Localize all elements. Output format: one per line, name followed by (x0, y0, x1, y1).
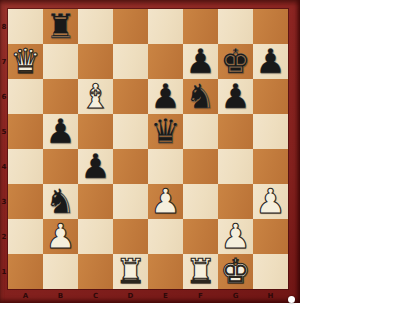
file-label-c: C (78, 289, 113, 303)
square-f7[interactable]: ♟ (183, 44, 218, 79)
square-h6[interactable] (253, 79, 288, 114)
square-e2[interactable] (148, 219, 183, 254)
square-c8[interactable] (78, 9, 113, 44)
square-b8[interactable]: ♜ (43, 9, 78, 44)
white-pawn-e3: ♟ (150, 184, 180, 219)
square-e7[interactable] (148, 44, 183, 79)
rank-label-3: 3 (0, 184, 8, 219)
white-queen-a7: ♛ (10, 44, 40, 79)
square-d1[interactable]: ♜ (113, 254, 148, 289)
square-e4[interactable] (148, 149, 183, 184)
square-f2[interactable] (183, 219, 218, 254)
white-rook-d1: ♜ (115, 254, 145, 289)
black-pawn-h7: ♟ (255, 44, 285, 79)
square-c5[interactable] (78, 114, 113, 149)
white-to-move-indicator (288, 296, 295, 303)
square-c6[interactable]: ♝ (78, 79, 113, 114)
black-rook-b8: ♜ (45, 9, 75, 44)
square-c4[interactable]: ♟ (78, 149, 113, 184)
square-g2[interactable]: ♟ (218, 219, 253, 254)
white-pawn-h3: ♟ (255, 184, 285, 219)
square-b1[interactable] (43, 254, 78, 289)
square-a1[interactable] (8, 254, 43, 289)
black-pawn-e6: ♟ (150, 79, 180, 114)
square-b3[interactable]: ♞ (43, 184, 78, 219)
square-d5[interactable] (113, 114, 148, 149)
file-label-h: H (253, 289, 288, 303)
square-c1[interactable] (78, 254, 113, 289)
square-a8[interactable] (8, 9, 43, 44)
file-label-g: G (218, 289, 253, 303)
square-d3[interactable] (113, 184, 148, 219)
square-c3[interactable] (78, 184, 113, 219)
black-king-g7: ♚ (220, 44, 250, 79)
file-labels: ABCDEFGH (8, 289, 288, 303)
square-f5[interactable] (183, 114, 218, 149)
rank-label-8: 8 (0, 9, 8, 44)
square-h7[interactable]: ♟ (253, 44, 288, 79)
square-f1[interactable]: ♜ (183, 254, 218, 289)
chess-board: ♜♛♟♚♟♝♟♞♟♟♛♟♞♟♟♟♟♜♜♚ (8, 9, 288, 289)
square-a2[interactable] (8, 219, 43, 254)
black-queen-e5: ♛ (150, 114, 180, 149)
square-g3[interactable] (218, 184, 253, 219)
rank-label-6: 6 (0, 79, 8, 114)
square-g6[interactable]: ♟ (218, 79, 253, 114)
square-d8[interactable] (113, 9, 148, 44)
square-g5[interactable] (218, 114, 253, 149)
square-a3[interactable] (8, 184, 43, 219)
square-a5[interactable] (8, 114, 43, 149)
chess-diagram-screen: 87654321 ♜♛♟♚♟♝♟♞♟♟♛♟♞♟♟♟♟♜♜♚ ABCDEFGH (0, 0, 414, 311)
rank-label-7: 7 (0, 44, 8, 79)
square-c2[interactable] (78, 219, 113, 254)
square-b6[interactable] (43, 79, 78, 114)
file-label-e: E (148, 289, 183, 303)
square-e1[interactable] (148, 254, 183, 289)
square-f6[interactable]: ♞ (183, 79, 218, 114)
square-b7[interactable] (43, 44, 78, 79)
rank-label-1: 1 (0, 254, 8, 289)
white-pawn-g2: ♟ (220, 219, 250, 254)
square-g8[interactable] (218, 9, 253, 44)
rank-label-2: 2 (0, 219, 8, 254)
square-a7[interactable]: ♛ (8, 44, 43, 79)
black-knight-f6: ♞ (185, 79, 215, 114)
square-g4[interactable] (218, 149, 253, 184)
chess-board-frame: 87654321 ♜♛♟♚♟♝♟♞♟♟♛♟♞♟♟♟♟♜♜♚ ABCDEFGH (0, 0, 300, 303)
black-knight-b3: ♞ (45, 184, 75, 219)
white-king-g1: ♚ (220, 254, 250, 289)
white-bishop-c6: ♝ (80, 79, 110, 114)
square-c7[interactable] (78, 44, 113, 79)
square-e6[interactable]: ♟ (148, 79, 183, 114)
white-rook-f1: ♜ (185, 254, 215, 289)
square-d4[interactable] (113, 149, 148, 184)
square-e5[interactable]: ♛ (148, 114, 183, 149)
square-f3[interactable] (183, 184, 218, 219)
square-h2[interactable] (253, 219, 288, 254)
black-pawn-c4: ♟ (80, 149, 110, 184)
file-label-f: F (183, 289, 218, 303)
square-e8[interactable] (148, 9, 183, 44)
square-a4[interactable] (8, 149, 43, 184)
square-f4[interactable] (183, 149, 218, 184)
square-h5[interactable] (253, 114, 288, 149)
square-f8[interactable] (183, 9, 218, 44)
square-d7[interactable] (113, 44, 148, 79)
white-pawn-b2: ♟ (45, 219, 75, 254)
black-pawn-g6: ♟ (220, 79, 250, 114)
black-pawn-b5: ♟ (45, 114, 75, 149)
square-h3[interactable]: ♟ (253, 184, 288, 219)
square-a6[interactable] (8, 79, 43, 114)
square-b2[interactable]: ♟ (43, 219, 78, 254)
file-label-a: A (8, 289, 43, 303)
rank-label-5: 5 (0, 114, 8, 149)
square-d2[interactable] (113, 219, 148, 254)
square-b5[interactable]: ♟ (43, 114, 78, 149)
square-h1[interactable] (253, 254, 288, 289)
square-d6[interactable] (113, 79, 148, 114)
file-label-d: D (113, 289, 148, 303)
square-e3[interactable]: ♟ (148, 184, 183, 219)
square-h8[interactable] (253, 9, 288, 44)
file-label-b: B (43, 289, 78, 303)
square-g1[interactable]: ♚ (218, 254, 253, 289)
square-h4[interactable] (253, 149, 288, 184)
square-b4[interactable] (43, 149, 78, 184)
black-pawn-f7: ♟ (185, 44, 215, 79)
rank-label-4: 4 (0, 149, 8, 184)
square-g7[interactable]: ♚ (218, 44, 253, 79)
